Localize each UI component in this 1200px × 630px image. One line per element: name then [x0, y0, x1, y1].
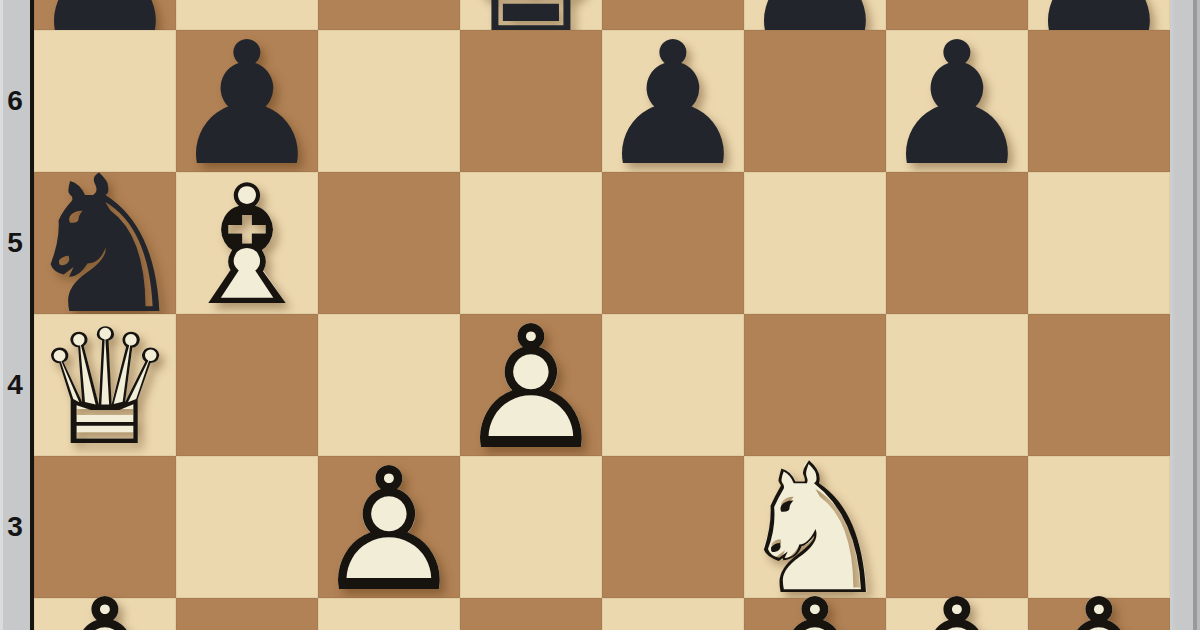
piece-outline-layer: ♙: [881, 576, 1033, 630]
white-bishop[interactable]: ♝♗: [173, 164, 321, 329]
square-d7[interactable]: ♚: [460, 0, 602, 30]
square-e2[interactable]: [602, 598, 744, 630]
square-f5[interactable]: [744, 172, 886, 314]
piece-outline-layer: ♙: [313, 445, 465, 615]
square-h2[interactable]: ♟♙: [1028, 598, 1170, 630]
white-queen[interactable]: ♛♕: [33, 308, 176, 468]
square-g4[interactable]: [886, 314, 1028, 456]
white-pawn[interactable]: ♟♙: [881, 576, 1033, 630]
square-g6[interactable]: ♟: [886, 30, 1028, 172]
rank-label-4: 4: [0, 371, 30, 399]
black-pawn[interactable]: ♟: [881, 19, 1033, 189]
square-c7[interactable]: [318, 0, 460, 30]
square-b2[interactable]: [176, 598, 318, 630]
square-c5[interactable]: [318, 172, 460, 314]
white-pawn[interactable]: ♟♙: [1023, 576, 1175, 630]
square-a7[interactable]: ♟: [34, 0, 176, 30]
square-h5[interactable]: [1028, 172, 1170, 314]
square-c2[interactable]: [318, 598, 460, 630]
piece-outline-layer: ♙: [739, 576, 891, 630]
square-d3[interactable]: [460, 456, 602, 598]
square-e3[interactable]: [602, 456, 744, 598]
square-g5[interactable]: [886, 172, 1028, 314]
white-pawn[interactable]: ♟♙: [455, 303, 607, 473]
piece-outline-layer: ♕: [33, 308, 176, 468]
rank-label-3: 3: [0, 513, 30, 541]
square-f6[interactable]: [744, 30, 886, 172]
black-pawn[interactable]: ♟: [597, 19, 749, 189]
square-b3[interactable]: [176, 456, 318, 598]
square-c6[interactable]: [318, 30, 460, 172]
square-h4[interactable]: [1028, 314, 1170, 456]
square-b4[interactable]: [176, 314, 318, 456]
square-f2[interactable]: ♟♙: [744, 598, 886, 630]
white-pawn[interactable]: ♟♙: [313, 445, 465, 615]
square-h6[interactable]: [1028, 30, 1170, 172]
chess-board: ♟♚♟♟♟♟♟♞♝♗♛♕♟♙♟♙♞♘♟♙♟♙♟♙♟♙: [34, 0, 1170, 630]
square-g2[interactable]: ♟♙: [886, 598, 1028, 630]
piece-outline-layer: ♙: [1023, 576, 1175, 630]
chess-diagram: 6543 ♟♚♟♟♟♟♟♞♝♗♛♕♟♙♟♙♞♘♟♙♟♙♟♙♟♙: [0, 0, 1200, 630]
square-b5[interactable]: ♝♗: [176, 172, 318, 314]
square-e5[interactable]: [602, 172, 744, 314]
rank-label-6: 6: [0, 87, 30, 115]
white-pawn[interactable]: ♟♙: [739, 576, 891, 630]
square-d6[interactable]: [460, 30, 602, 172]
square-e4[interactable]: [602, 314, 744, 456]
square-h7[interactable]: ♟: [1028, 0, 1170, 30]
square-e6[interactable]: ♟: [602, 30, 744, 172]
square-a4[interactable]: ♛♕: [34, 314, 176, 456]
square-d4[interactable]: ♟♙: [460, 314, 602, 456]
board-frame-right: [1170, 0, 1200, 630]
piece-outline-layer: ♙: [455, 303, 607, 473]
square-f7[interactable]: ♟: [744, 0, 886, 30]
piece-outline-layer: ♗: [173, 164, 321, 329]
square-a2[interactable]: ♟♙: [34, 598, 176, 630]
square-d2[interactable]: [460, 598, 602, 630]
square-a5[interactable]: ♞: [34, 172, 176, 314]
square-c3[interactable]: ♟♙: [318, 456, 460, 598]
white-pawn[interactable]: ♟♙: [29, 576, 181, 630]
piece-outline-layer: ♙: [29, 576, 181, 630]
